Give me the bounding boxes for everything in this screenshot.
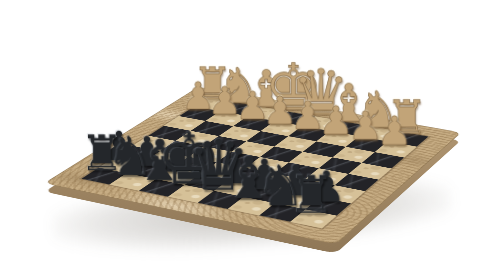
coral-pawn: ♟ — [181, 77, 215, 115]
square-a4 — [348, 163, 391, 180]
black-pawn: ♟ — [101, 126, 137, 167]
stage: ♜♞♝♚♛♝♞♜♟♟♟♟♟♟♟♟♟♟♟♟♟♟♟♟♜♞♝♚♛♝♞♜ — [0, 0, 500, 265]
black-rook: ♜ — [80, 128, 124, 177]
square-a8: ♜ — [290, 209, 337, 228]
coral-rook: ♜ — [193, 61, 233, 106]
